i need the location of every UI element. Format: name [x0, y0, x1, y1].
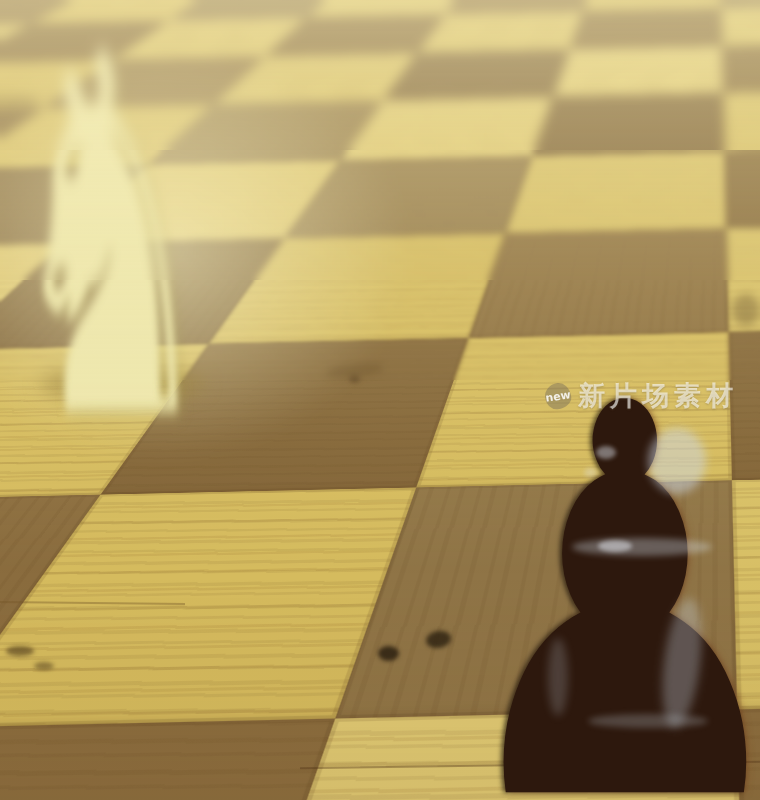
stock-photo-frame: ♞ ♟ new 新片场素材	[0, 0, 760, 800]
watermark-text: 新片场素材	[578, 378, 738, 414]
watermark-new-badge: new	[543, 381, 572, 410]
watermark: new 新片场素材	[545, 380, 738, 412]
black-pawn-piece: ♟	[503, 388, 747, 780]
